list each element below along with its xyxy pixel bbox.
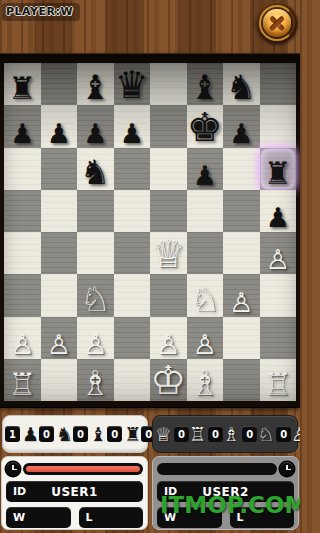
captured-black-pieces-tray: 1♟0♞0♝0♜0♛ <box>2 415 148 453</box>
piece-white-rook: ♖ <box>8 369 36 400</box>
square-g8[interactable]: ♞ <box>223 63 260 105</box>
player2-name: USER2 <box>157 485 294 499</box>
capture-count-badge: 0 <box>276 426 291 442</box>
piece-black-king: ♚ <box>187 107 223 147</box>
square-d3[interactable] <box>114 274 151 316</box>
piece-black-bishop: ♝ <box>80 70 110 104</box>
square-f6[interactable]: ♟ <box>187 148 224 190</box>
captured-count-queen: 0♕ <box>155 425 189 444</box>
square-a7[interactable]: ♟ <box>4 105 41 147</box>
piece-black-bishop: ♝ <box>190 70 220 104</box>
rook-icon: ♜ <box>124 425 141 444</box>
player2-id-bar: USER2 ID <box>157 481 294 502</box>
piece-white-pawn: ♙ <box>266 246 290 273</box>
square-h7[interactable] <box>260 105 297 147</box>
player1-losses-bar: L <box>79 507 144 528</box>
captured-count-knight: 0♘ <box>257 425 291 444</box>
pawn-icon: ♟ <box>22 425 39 444</box>
board-frame: ♜♝♛♝♞♟♟♟♟♚♟♞♟♜♟♕♙♘♘♙♙♙♙♙♙♖♗♔♗♖ <box>0 53 300 408</box>
square-a8[interactable]: ♜ <box>4 63 41 105</box>
captured-white-pieces-tray: 0♕0♖0♗0♘1♙ <box>152 415 298 453</box>
piece-white-bishop: ♗ <box>80 366 110 400</box>
square-b8[interactable] <box>41 63 78 105</box>
captured-count-pawn: 1♙ <box>291 425 300 444</box>
square-b1[interactable] <box>41 359 78 401</box>
player1-id-label: ID <box>6 485 26 498</box>
last-move-highlight <box>261 149 296 189</box>
player2-id-label: ID <box>157 485 177 498</box>
clock-icon <box>280 462 294 476</box>
captured-count-bishop: 0♝ <box>73 425 107 444</box>
square-h2[interactable] <box>260 317 297 359</box>
piece-black-pawn: ♟ <box>120 120 144 147</box>
square-d8[interactable]: ♛ <box>114 63 151 105</box>
square-h3[interactable] <box>260 274 297 316</box>
captured-count-rook: 0♖ <box>189 425 223 444</box>
capture-count-badge: 0 <box>242 426 257 442</box>
square-f4[interactable] <box>187 232 224 274</box>
square-d4[interactable] <box>114 232 151 274</box>
square-h4[interactable]: ♙ <box>260 232 297 274</box>
close-button[interactable] <box>256 2 298 44</box>
square-f5[interactable] <box>187 190 224 232</box>
square-a4[interactable] <box>4 232 41 274</box>
piece-white-pawn: ♙ <box>47 331 71 358</box>
square-b6[interactable] <box>41 148 78 190</box>
square-e3[interactable] <box>150 274 187 316</box>
piece-black-pawn: ♟ <box>10 120 34 147</box>
piece-white-pawn: ♙ <box>156 331 180 358</box>
piece-black-pawn: ♟ <box>266 204 290 231</box>
square-b2[interactable]: ♙ <box>41 317 78 359</box>
square-g5[interactable] <box>223 190 260 232</box>
piece-white-pawn: ♙ <box>10 331 34 358</box>
bishop-icon: ♗ <box>223 425 240 444</box>
square-c2[interactable]: ♙ <box>77 317 114 359</box>
square-f7[interactable]: ♚ <box>187 105 224 147</box>
player2-timer-bar <box>157 463 277 475</box>
square-a1[interactable]: ♖ <box>4 359 41 401</box>
capture-count-badge: 0 <box>208 426 223 442</box>
square-g2[interactable] <box>223 317 260 359</box>
captured-count-knight: 0♞ <box>39 425 73 444</box>
player1-id-bar: USER1 ID <box>6 481 143 502</box>
square-f2[interactable]: ♙ <box>187 317 224 359</box>
square-g1[interactable] <box>223 359 260 401</box>
square-c1[interactable]: ♗ <box>77 359 114 401</box>
piece-black-pawn: ♟ <box>83 120 107 147</box>
square-d7[interactable]: ♟ <box>114 105 151 147</box>
piece-white-pawn: ♙ <box>229 289 253 316</box>
square-g7[interactable]: ♟ <box>223 105 260 147</box>
square-b7[interactable]: ♟ <box>41 105 78 147</box>
player1-timer-bar <box>23 463 143 475</box>
piece-white-bishop: ♗ <box>190 366 220 400</box>
clock-icon <box>6 462 20 476</box>
capture-count-badge: 1 <box>5 426 20 442</box>
square-e4[interactable]: ♕ <box>150 232 187 274</box>
piece-black-knight: ♞ <box>226 70 256 104</box>
square-g3[interactable]: ♙ <box>223 274 260 316</box>
square-d1[interactable] <box>114 359 151 401</box>
knight-icon: ♞ <box>56 425 73 444</box>
square-h5[interactable]: ♟ <box>260 190 297 232</box>
piece-white-pawn: ♙ <box>193 331 217 358</box>
piece-white-rook: ♖ <box>264 369 292 400</box>
player1-name: USER1 <box>6 485 143 499</box>
chess-app: PLAYER:W ♜♝♛♝♞♟♟♟♟♚♟♞♟♜♟♕♙♘♘♙♙♙♙♙♙♖♗♔♗♖ … <box>0 0 300 533</box>
square-e7[interactable] <box>150 105 187 147</box>
piece-black-queen: ♛ <box>115 66 149 104</box>
square-c5[interactable] <box>77 190 114 232</box>
square-g6[interactable] <box>223 148 260 190</box>
square-a5[interactable] <box>4 190 41 232</box>
square-d2[interactable] <box>114 317 151 359</box>
capture-count-badge: 0 <box>73 426 88 442</box>
square-c7[interactable]: ♟ <box>77 105 114 147</box>
chess-board: ♜♝♛♝♞♟♟♟♟♚♟♞♟♜♟♕♙♘♘♙♙♙♙♙♙♖♗♔♗♖ <box>4 63 296 401</box>
piece-white-king: ♔ <box>150 360 186 400</box>
square-f8[interactable]: ♝ <box>187 63 224 105</box>
player2-wins-bar: W <box>157 507 222 528</box>
square-e2[interactable]: ♙ <box>150 317 187 359</box>
piece-white-knight: ♘ <box>80 282 110 316</box>
piece-black-rook: ♜ <box>8 73 36 104</box>
player1-wins-bar: W <box>6 507 71 528</box>
piece-black-pawn: ♟ <box>229 120 253 147</box>
piece-black-pawn: ♟ <box>193 162 217 189</box>
pawn-icon: ♙ <box>291 425 300 444</box>
square-f1[interactable]: ♗ <box>187 359 224 401</box>
square-c8[interactable]: ♝ <box>77 63 114 105</box>
square-a2[interactable]: ♙ <box>4 317 41 359</box>
square-a6[interactable] <box>4 148 41 190</box>
capture-count-badge: 0 <box>39 426 54 442</box>
square-c3[interactable]: ♘ <box>77 274 114 316</box>
square-h6[interactable]: ♜ <box>260 148 297 190</box>
captured-count-rook: 0♜ <box>107 425 141 444</box>
square-e1[interactable]: ♔ <box>150 359 187 401</box>
capture-count-badge: 0 <box>107 426 122 442</box>
piece-white-knight: ♘ <box>190 282 220 316</box>
square-e6[interactable] <box>150 148 187 190</box>
piece-white-queen: ♕ <box>151 235 185 273</box>
player1-timer-fill <box>26 466 140 472</box>
square-b5[interactable] <box>41 190 78 232</box>
close-icon <box>263 9 291 37</box>
square-h8[interactable] <box>260 63 297 105</box>
square-a3[interactable] <box>4 274 41 316</box>
square-b3[interactable] <box>41 274 78 316</box>
square-e8[interactable] <box>150 63 187 105</box>
square-f3[interactable]: ♘ <box>187 274 224 316</box>
piece-white-pawn: ♙ <box>83 331 107 358</box>
captured-count-pawn: 1♟ <box>5 425 39 444</box>
capture-count-badge: 0 <box>174 426 189 442</box>
square-e5[interactable] <box>150 190 187 232</box>
square-h1[interactable]: ♖ <box>260 359 297 401</box>
square-c6[interactable]: ♞ <box>77 148 114 190</box>
player2-losses-bar: L <box>230 507 295 528</box>
square-b4[interactable] <box>41 232 78 274</box>
rook-icon: ♖ <box>189 425 206 444</box>
queen-icon: ♕ <box>155 425 172 444</box>
player1-panel: USER1 ID W L <box>1 456 148 530</box>
piece-black-knight: ♞ <box>80 155 110 189</box>
square-c4[interactable] <box>77 232 114 274</box>
square-d6[interactable] <box>114 148 151 190</box>
bishop-icon: ♝ <box>90 425 107 444</box>
square-d5[interactable] <box>114 190 151 232</box>
player-turn-label: PLAYER:W <box>2 3 80 21</box>
knight-icon: ♘ <box>257 425 274 444</box>
player2-panel: USER2 ID W L <box>152 456 299 530</box>
captured-count-bishop: 0♗ <box>223 425 257 444</box>
square-g4[interactable] <box>223 232 260 274</box>
piece-black-pawn: ♟ <box>47 120 71 147</box>
